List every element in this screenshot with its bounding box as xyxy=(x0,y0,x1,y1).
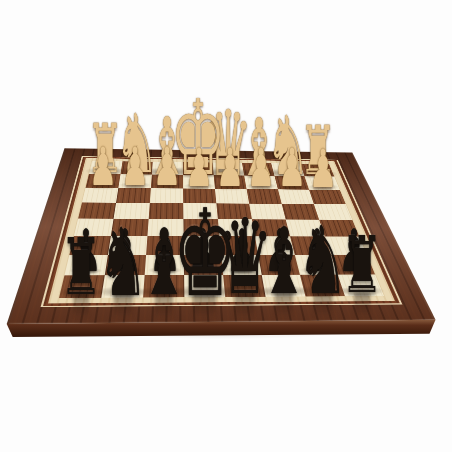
square-e6 xyxy=(184,236,222,255)
square-a4 xyxy=(314,204,352,220)
square-g1 xyxy=(121,161,153,174)
square-g6 xyxy=(108,236,147,255)
square-f3 xyxy=(150,188,183,203)
square-c7 xyxy=(258,255,300,275)
square-h2 xyxy=(86,174,121,188)
square-a2 xyxy=(304,176,339,190)
square-d8 xyxy=(223,275,265,297)
square-b3 xyxy=(278,189,314,204)
board-inner-maple-border xyxy=(48,158,395,303)
square-a6 xyxy=(325,236,367,254)
square-g3 xyxy=(116,188,151,203)
square-d1 xyxy=(212,163,244,176)
square-a8 xyxy=(338,274,384,296)
square-e5 xyxy=(183,219,219,236)
square-e8 xyxy=(184,275,225,297)
square-a1 xyxy=(300,164,334,177)
square-e2 xyxy=(183,175,215,189)
square-e7 xyxy=(184,255,223,275)
square-a7 xyxy=(331,255,375,275)
square-d5 xyxy=(218,219,255,236)
square-f4 xyxy=(149,203,184,219)
board-frame xyxy=(7,148,436,324)
chess-set-photo: ♜♞♝♛♚♝♞♜♟♟♟♟♟♟♟♟♟♟♟♟♟♟♟♟♜♞♝♛♚♝♞♜ xyxy=(0,0,452,452)
square-d7 xyxy=(221,255,262,275)
square-e3 xyxy=(183,188,216,203)
square-b5 xyxy=(286,219,325,236)
board-rosewood-pinstripe xyxy=(43,157,400,306)
square-g8 xyxy=(101,275,144,298)
square-b2 xyxy=(274,176,309,190)
square-e4 xyxy=(183,203,218,219)
square-b1 xyxy=(271,163,304,176)
square-g5 xyxy=(111,219,149,236)
square-c3 xyxy=(247,189,282,204)
square-c6 xyxy=(255,236,295,254)
square-c2 xyxy=(244,176,278,190)
board-grid xyxy=(59,161,384,298)
square-g4 xyxy=(114,203,150,219)
square-c5 xyxy=(252,219,290,236)
square-c1 xyxy=(242,163,274,176)
square-c4 xyxy=(249,204,286,220)
square-b4 xyxy=(282,204,319,220)
square-f1 xyxy=(152,162,183,175)
square-h4 xyxy=(78,202,116,218)
square-h6 xyxy=(69,236,110,255)
square-f8 xyxy=(143,275,184,297)
square-f6 xyxy=(146,236,184,255)
square-f7 xyxy=(145,255,184,275)
square-h1 xyxy=(89,161,123,174)
square-d6 xyxy=(219,236,258,255)
square-a3 xyxy=(309,190,346,205)
chess-board xyxy=(7,148,436,324)
square-g7 xyxy=(105,255,146,276)
square-a5 xyxy=(319,220,359,237)
board-maple-pinstripe xyxy=(41,156,403,307)
square-f5 xyxy=(147,219,183,236)
square-d3 xyxy=(215,189,249,204)
square-h3 xyxy=(82,188,118,203)
square-f2 xyxy=(151,175,183,189)
square-g2 xyxy=(118,174,151,188)
square-e1 xyxy=(183,162,214,175)
square-h7 xyxy=(64,255,108,276)
square-d2 xyxy=(214,175,247,189)
square-h8 xyxy=(59,275,105,298)
square-d4 xyxy=(216,203,252,219)
square-h5 xyxy=(74,219,114,236)
square-c8 xyxy=(262,275,306,297)
